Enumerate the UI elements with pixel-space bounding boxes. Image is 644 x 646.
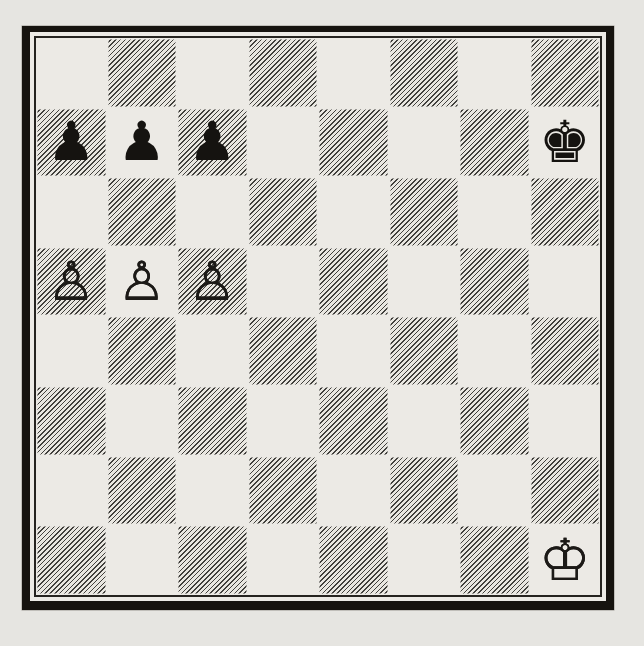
- square-c4[interactable]: [177, 316, 248, 386]
- square-b6[interactable]: [107, 177, 178, 247]
- square-b7[interactable]: ♟: [107, 108, 178, 178]
- square-e7[interactable]: [318, 108, 389, 178]
- square-g3[interactable]: [459, 386, 530, 456]
- square-b8[interactable]: [107, 38, 178, 108]
- square-b3[interactable]: [107, 386, 178, 456]
- square-e1[interactable]: [318, 525, 389, 595]
- square-g7[interactable]: [459, 108, 530, 178]
- square-a2[interactable]: [36, 456, 107, 526]
- square-a5[interactable]: ♙: [36, 247, 107, 317]
- square-g2[interactable]: [459, 456, 530, 526]
- square-d2[interactable]: [248, 456, 319, 526]
- square-h6[interactable]: [530, 177, 601, 247]
- square-b5[interactable]: ♙: [107, 247, 178, 317]
- square-d4[interactable]: [248, 316, 319, 386]
- square-e8[interactable]: [318, 38, 389, 108]
- square-f1[interactable]: [389, 525, 460, 595]
- white-pawn-c5[interactable]: ♙: [188, 255, 236, 309]
- square-e4[interactable]: [318, 316, 389, 386]
- square-f4[interactable]: [389, 316, 460, 386]
- black-pawn-b7[interactable]: ♟: [118, 115, 166, 169]
- square-g4[interactable]: [459, 316, 530, 386]
- square-d6[interactable]: [248, 177, 319, 247]
- square-d7[interactable]: [248, 108, 319, 178]
- square-f6[interactable]: [389, 177, 460, 247]
- square-a7[interactable]: ♟: [36, 108, 107, 178]
- page-background: ♟♟♟♚♙♙♙♔: [0, 0, 644, 646]
- square-b4[interactable]: [107, 316, 178, 386]
- square-f7[interactable]: [389, 108, 460, 178]
- black-king-h7[interactable]: ♚: [539, 113, 591, 171]
- square-c1[interactable]: [177, 525, 248, 595]
- square-c7[interactable]: ♟: [177, 108, 248, 178]
- square-h8[interactable]: [530, 38, 601, 108]
- chessboard: ♟♟♟♚♙♙♙♔: [36, 38, 600, 595]
- square-f3[interactable]: [389, 386, 460, 456]
- square-b1[interactable]: [107, 525, 178, 595]
- square-h4[interactable]: [530, 316, 601, 386]
- white-pawn-a5[interactable]: ♙: [47, 255, 95, 309]
- square-h3[interactable]: [530, 386, 601, 456]
- square-e2[interactable]: [318, 456, 389, 526]
- square-e6[interactable]: [318, 177, 389, 247]
- white-pawn-b5[interactable]: ♙: [118, 255, 166, 309]
- black-pawn-a7[interactable]: ♟: [47, 115, 95, 169]
- square-e3[interactable]: [318, 386, 389, 456]
- square-f2[interactable]: [389, 456, 460, 526]
- square-c5[interactable]: ♙: [177, 247, 248, 317]
- square-g8[interactable]: [459, 38, 530, 108]
- square-h1[interactable]: ♔: [530, 525, 601, 595]
- square-h5[interactable]: [530, 247, 601, 317]
- square-a1[interactable]: [36, 525, 107, 595]
- square-g5[interactable]: [459, 247, 530, 317]
- square-b2[interactable]: [107, 456, 178, 526]
- square-c3[interactable]: [177, 386, 248, 456]
- square-c6[interactable]: [177, 177, 248, 247]
- square-h7[interactable]: ♚: [530, 108, 601, 178]
- square-a3[interactable]: [36, 386, 107, 456]
- chessboard-inner-border: ♟♟♟♚♙♙♙♔: [34, 36, 602, 597]
- square-d1[interactable]: [248, 525, 319, 595]
- square-d5[interactable]: [248, 247, 319, 317]
- square-g6[interactable]: [459, 177, 530, 247]
- white-king-h1[interactable]: ♔: [539, 531, 591, 589]
- square-d8[interactable]: [248, 38, 319, 108]
- square-a6[interactable]: [36, 177, 107, 247]
- chessboard-frame: ♟♟♟♚♙♙♙♔: [22, 26, 614, 610]
- square-g1[interactable]: [459, 525, 530, 595]
- square-a8[interactable]: [36, 38, 107, 108]
- square-f8[interactable]: [389, 38, 460, 108]
- square-c2[interactable]: [177, 456, 248, 526]
- square-e5[interactable]: [318, 247, 389, 317]
- square-h2[interactable]: [530, 456, 601, 526]
- black-pawn-c7[interactable]: ♟: [188, 115, 236, 169]
- square-a4[interactable]: [36, 316, 107, 386]
- square-f5[interactable]: [389, 247, 460, 317]
- square-d3[interactable]: [248, 386, 319, 456]
- square-c8[interactable]: [177, 38, 248, 108]
